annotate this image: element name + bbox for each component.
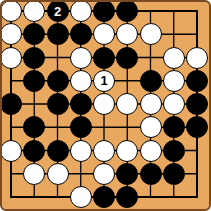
intersection-r7c3[interactable] (46, 139, 69, 162)
black-stone (47, 93, 69, 115)
white-stone (116, 140, 138, 162)
intersection-r5c5[interactable] (92, 92, 115, 115)
white-stone (0, 140, 22, 162)
intersection-r3c8[interactable] (162, 46, 185, 69)
black-stone (140, 70, 162, 92)
white-stone (23, 163, 45, 185)
stone-grid: 21 (0, 0, 209, 209)
white-stone (186, 47, 208, 69)
black-stone: 2 (47, 0, 69, 22)
intersection-r2c8[interactable] (162, 23, 185, 46)
black-stone (163, 116, 185, 138)
intersection-r5c8[interactable] (162, 92, 185, 115)
intersection-r3c2[interactable] (23, 46, 46, 69)
white-stone (140, 23, 162, 45)
intersection-r2c4[interactable] (69, 23, 92, 46)
black-stone (70, 116, 92, 138)
intersection-r6c6[interactable] (116, 116, 139, 139)
black-stone (116, 0, 138, 22)
intersection-r2c9[interactable] (185, 23, 208, 46)
intersection-r6c8[interactable] (162, 116, 185, 139)
intersection-r5c9[interactable] (185, 92, 208, 115)
intersection-r8c8[interactable] (162, 162, 185, 185)
black-stone (116, 163, 138, 185)
intersection-r3c5[interactable] (92, 46, 115, 69)
intersection-r4c7[interactable] (139, 69, 162, 92)
intersection-r7c5[interactable] (92, 139, 115, 162)
intersection-r3c6[interactable] (116, 46, 139, 69)
intersection-r6c3[interactable] (46, 116, 69, 139)
white-stone (140, 93, 162, 115)
black-stone (163, 140, 185, 162)
black-stone (116, 47, 138, 69)
intersection-r7c6[interactable] (116, 139, 139, 162)
intersection-r6c1[interactable] (0, 116, 23, 139)
black-stone (116, 186, 138, 208)
intersection-r3c4[interactable] (69, 46, 92, 69)
intersection-r1c7[interactable] (139, 0, 162, 23)
intersection-r8c4[interactable] (69, 162, 92, 185)
intersection-r5c4[interactable] (69, 92, 92, 115)
intersection-r1c2[interactable] (23, 0, 46, 23)
black-stone (70, 93, 92, 115)
intersection-r8c7[interactable] (139, 162, 162, 185)
black-stone (23, 116, 45, 138)
intersection-r3c3[interactable] (46, 46, 69, 69)
intersection-r4c1[interactable] (0, 69, 23, 92)
intersection-r5c7[interactable] (139, 92, 162, 115)
intersection-r9c7[interactable] (139, 185, 162, 208)
intersection-r8c6[interactable] (116, 162, 139, 185)
intersection-r1c4[interactable] (69, 0, 92, 23)
intersection-r9c6[interactable] (116, 185, 139, 208)
intersection-r9c4[interactable] (69, 185, 92, 208)
black-stone (70, 23, 92, 45)
black-stone (23, 47, 45, 69)
move-number-2: 2 (54, 5, 61, 18)
black-stone (163, 163, 185, 185)
intersection-r2c2[interactable] (23, 23, 46, 46)
intersection-r1c3[interactable]: 2 (46, 0, 69, 23)
intersection-r6c2[interactable] (23, 116, 46, 139)
intersection-r2c3[interactable] (46, 23, 69, 46)
intersection-r7c9[interactable] (185, 139, 208, 162)
intersection-r9c9[interactable] (185, 185, 208, 208)
intersection-r8c2[interactable] (23, 162, 46, 185)
white-stone (47, 163, 69, 185)
white-stone (93, 140, 115, 162)
white-stone (70, 47, 92, 69)
white-stone (70, 186, 92, 208)
intersection-r1c8[interactable] (162, 0, 185, 23)
black-stone (0, 93, 22, 115)
white-stone (0, 0, 22, 22)
intersection-r7c1[interactable] (0, 139, 23, 162)
intersection-r6c7[interactable] (139, 116, 162, 139)
white-stone (93, 93, 115, 115)
intersection-r5c1[interactable] (0, 92, 23, 115)
intersection-r1c5[interactable] (92, 0, 115, 23)
intersection-r6c9[interactable] (185, 116, 208, 139)
intersection-r2c1[interactable] (0, 23, 23, 46)
intersection-r1c9[interactable] (185, 0, 208, 23)
intersection-r9c3[interactable] (46, 185, 69, 208)
black-stone (47, 140, 69, 162)
intersection-r9c1[interactable] (0, 185, 23, 208)
intersection-r3c7[interactable] (139, 46, 162, 69)
intersection-r3c9[interactable] (185, 46, 208, 69)
intersection-r8c1[interactable] (0, 162, 23, 185)
intersection-r4c9[interactable] (185, 69, 208, 92)
intersection-r7c2[interactable] (23, 139, 46, 162)
white-stone (163, 47, 185, 69)
white-stone (70, 70, 92, 92)
intersection-r9c8[interactable] (162, 185, 185, 208)
white-stone (93, 163, 115, 185)
black-stone (186, 93, 208, 115)
white-stone (140, 140, 162, 162)
white-stone (93, 23, 115, 45)
intersection-r5c6[interactable] (116, 92, 139, 115)
white-stone (70, 140, 92, 162)
intersection-r3c1[interactable] (0, 46, 23, 69)
white-stone (163, 93, 185, 115)
intersection-r8c3[interactable] (46, 162, 69, 185)
black-stone (47, 70, 69, 92)
black-stone (93, 0, 115, 22)
intersection-r4c3[interactable] (46, 69, 69, 92)
intersection-r4c5[interactable]: 1 (92, 69, 115, 92)
white-stone (23, 0, 45, 22)
white-stone (0, 47, 22, 69)
intersection-r7c4[interactable] (69, 139, 92, 162)
white-stone (140, 116, 162, 138)
black-stone (93, 47, 115, 69)
black-stone (23, 70, 45, 92)
intersection-r8c5[interactable] (92, 162, 115, 185)
intersection-r9c2[interactable] (23, 185, 46, 208)
intersection-r9c5[interactable] (92, 185, 115, 208)
intersection-r4c4[interactable] (69, 69, 92, 92)
intersection-r4c8[interactable] (162, 69, 185, 92)
intersection-r1c6[interactable] (116, 0, 139, 23)
black-stone (140, 163, 162, 185)
intersection-r1c1[interactable] (0, 0, 23, 23)
intersection-r6c5[interactable] (92, 116, 115, 139)
intersection-r7c8[interactable] (162, 139, 185, 162)
intersection-r5c3[interactable] (46, 92, 69, 115)
black-stone (23, 140, 45, 162)
intersection-r8c9[interactable] (185, 162, 208, 185)
black-stone (186, 116, 208, 138)
intersection-r2c7[interactable] (139, 23, 162, 46)
white-stone (163, 70, 185, 92)
intersection-r5c2[interactable] (23, 92, 46, 115)
go-board: 21 (0, 0, 211, 211)
white-stone (70, 0, 92, 22)
intersection-r2c6[interactable] (116, 23, 139, 46)
move-number-1: 1 (100, 74, 107, 87)
black-stone (23, 23, 45, 45)
intersection-r2c5[interactable] (92, 23, 115, 46)
intersection-r7c7[interactable] (139, 139, 162, 162)
intersection-r6c4[interactable] (69, 116, 92, 139)
black-stone (93, 186, 115, 208)
intersection-r4c6[interactable] (116, 69, 139, 92)
white-stone (0, 23, 22, 45)
black-stone (186, 70, 208, 92)
white-stone (116, 23, 138, 45)
black-stone (47, 23, 69, 45)
intersection-r4c2[interactable] (23, 69, 46, 92)
white-stone (116, 93, 138, 115)
white-stone: 1 (93, 70, 115, 92)
